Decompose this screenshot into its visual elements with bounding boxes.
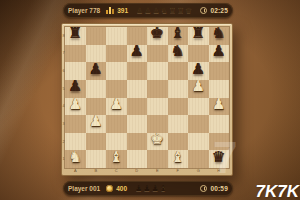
square-b8[interactable] <box>86 27 107 45</box>
square-d7[interactable]: ♟ <box>127 45 148 63</box>
square-h4[interactable]: ♟ <box>209 98 230 116</box>
square-c7[interactable] <box>106 45 127 63</box>
piece-black-rook[interactable]: ♜ <box>192 26 205 41</box>
square-a7[interactable]: 7 <box>65 45 86 63</box>
piece-black-pawn[interactable]: ♟ <box>192 62 205 77</box>
square-g2[interactable] <box>188 133 209 151</box>
captured-white-pawn-icon: ♟ <box>144 7 151 15</box>
square-h1[interactable]: ♛H <box>209 150 230 168</box>
rank-label-5: 5 <box>63 87 65 91</box>
captured-black-pawn-icon: ♟ <box>151 185 158 193</box>
opponent-clock: 02:25 <box>200 7 228 14</box>
captured-black-pieces-tray: ♟♟♟♝ <box>135 185 167 193</box>
square-b6[interactable]: ♟ <box>86 62 107 80</box>
square-d4[interactable] <box>127 98 148 116</box>
square-c8[interactable] <box>106 27 127 45</box>
player-name: Player 001 <box>68 185 100 192</box>
rank-label-7: 7 <box>63 51 65 55</box>
square-f5[interactable] <box>168 80 189 98</box>
piece-black-rook[interactable]: ♜ <box>69 26 82 41</box>
piece-white-pawn[interactable]: ♟ <box>192 79 205 94</box>
piece-black-knight[interactable]: ♞ <box>212 26 225 41</box>
square-e2[interactable]: ♚ <box>147 133 168 151</box>
square-b5[interactable] <box>86 80 107 98</box>
watermark: 7K7K <box>256 183 299 200</box>
square-a4[interactable]: ♟4 <box>65 98 86 116</box>
square-h3[interactable] <box>209 115 230 133</box>
square-e6[interactable] <box>147 62 168 80</box>
rank-label-2: 2 <box>63 140 65 144</box>
piece-black-king[interactable]: ♚ <box>151 26 164 41</box>
gold-coin-icon <box>106 185 113 192</box>
board-grid: ♜8♚♝♜♞7♟♞♟6♟♟♟5♟♟4♟♟3♟2♚♞1AB♝CDE♝FG♛H <box>65 27 229 168</box>
square-b1[interactable]: B <box>86 150 107 168</box>
gold-bars-icon <box>106 7 114 14</box>
piece-white-pawn[interactable]: ♟ <box>69 97 82 112</box>
square-e4[interactable] <box>147 98 168 116</box>
square-c1[interactable]: ♝C <box>106 150 127 168</box>
captured-black-bishop-icon: ♝ <box>160 185 167 193</box>
square-a8[interactable]: ♜8 <box>65 27 86 45</box>
file-label-e: E <box>156 169 159 173</box>
square-e8[interactable]: ♚ <box>147 27 168 45</box>
square-d1[interactable]: D <box>127 150 148 168</box>
square-a1[interactable]: ♞1A <box>65 150 86 168</box>
square-f3[interactable] <box>168 115 189 133</box>
opponent-info-bar: Player 778 391 ♟♟♟♞♜♜♛ 02:25 <box>63 3 233 18</box>
game-stage: Player 778 391 ♟♟♟♞♜♜♛ 02:25 ♜8♚♝♜♞7♟♞♟6… <box>0 0 300 200</box>
piece-white-bishop[interactable]: ♝ <box>171 150 184 165</box>
piece-black-queen[interactable]: ♛ <box>212 150 225 165</box>
captured-white-knight-icon: ♞ <box>161 7 168 15</box>
captured-white-pieces-tray: ♟♟♟♞♜♜♛ <box>136 7 192 15</box>
player-gold: 400 <box>116 185 127 192</box>
file-label-c: C <box>115 169 118 173</box>
piece-black-knight[interactable]: ♞ <box>171 44 184 59</box>
piece-white-king[interactable]: ♚ <box>151 132 164 147</box>
square-f7[interactable]: ♞ <box>168 45 189 63</box>
rank-label-4: 4 <box>63 104 65 108</box>
captured-black-pawn-icon: ♟ <box>135 185 142 193</box>
square-b3[interactable]: ♟ <box>86 115 107 133</box>
rank-label-6: 6 <box>63 69 65 73</box>
square-c3[interactable] <box>106 115 127 133</box>
file-label-a: A <box>74 169 77 173</box>
piece-white-bishop[interactable]: ♝ <box>110 150 123 165</box>
piece-white-pawn[interactable]: ♟ <box>89 114 102 129</box>
piece-white-pawn[interactable]: ♟ <box>110 97 123 112</box>
opponent-name: Player 778 <box>68 7 100 14</box>
square-c6[interactable] <box>106 62 127 80</box>
piece-white-pawn[interactable]: ♟ <box>212 97 225 112</box>
square-g4[interactable] <box>188 98 209 116</box>
file-label-b: B <box>94 169 97 173</box>
piece-black-pawn[interactable]: ♟ <box>89 62 102 77</box>
player-time: 00:59 <box>210 185 228 192</box>
rank-label-1: 1 <box>63 157 65 161</box>
square-f6[interactable] <box>168 62 189 80</box>
piece-black-pawn[interactable]: ♟ <box>69 79 82 94</box>
piece-white-knight[interactable]: ♞ <box>69 150 82 165</box>
square-f1[interactable]: ♝F <box>168 150 189 168</box>
square-g3[interactable] <box>188 115 209 133</box>
file-label-g: G <box>197 169 200 173</box>
square-g8[interactable]: ♜ <box>188 27 209 45</box>
piece-black-bishop[interactable]: ♝ <box>171 26 184 41</box>
player-info-bar: Player 001 400 ♟♟♟♝ 00:59 <box>63 181 233 196</box>
captured-white-queen-icon: ♛ <box>185 7 192 15</box>
captured-white-pawn-icon: ♟ <box>152 7 159 15</box>
opponent-gold: 391 <box>117 7 128 14</box>
square-d5[interactable] <box>127 80 148 98</box>
piece-black-pawn[interactable]: ♟ <box>130 44 143 59</box>
square-c4[interactable]: ♟ <box>106 98 127 116</box>
square-h6[interactable] <box>209 62 230 80</box>
rank-label-8: 8 <box>63 34 65 38</box>
square-g1[interactable]: G <box>188 150 209 168</box>
square-d3[interactable] <box>127 115 148 133</box>
clock-icon <box>200 7 207 14</box>
square-e5[interactable] <box>147 80 168 98</box>
piece-black-pawn[interactable]: ♟ <box>212 44 225 59</box>
player-clock: 00:59 <box>200 185 228 192</box>
captured-white-rook-icon: ♜ <box>177 7 184 15</box>
opponent-time: 02:25 <box>210 7 228 14</box>
chess-board: ♜8♚♝♜♞7♟♞♟6♟♟♟5♟♟4♟♟3♟2♚♞1AB♝CDE♝FG♛H <box>61 23 233 176</box>
captured-white-pawn-icon: ♟ <box>136 7 143 15</box>
square-d2[interactable] <box>127 133 148 151</box>
rank-label-3: 3 <box>63 122 65 126</box>
square-h7[interactable]: ♟ <box>209 45 230 63</box>
captured-white-rook-icon: ♜ <box>169 7 176 15</box>
clock-icon <box>200 185 207 192</box>
square-g5[interactable]: ♟ <box>188 80 209 98</box>
square-e7[interactable] <box>147 45 168 63</box>
square-d6[interactable] <box>127 62 148 80</box>
captured-black-pawn-icon: ♟ <box>143 185 150 193</box>
file-label-f: F <box>177 169 179 173</box>
square-f4[interactable] <box>168 98 189 116</box>
file-label-d: D <box>135 169 138 173</box>
square-a3[interactable]: 3 <box>65 115 86 133</box>
square-b2[interactable] <box>86 133 107 151</box>
square-e1[interactable]: E <box>147 150 168 168</box>
file-label-h: H <box>217 169 220 173</box>
